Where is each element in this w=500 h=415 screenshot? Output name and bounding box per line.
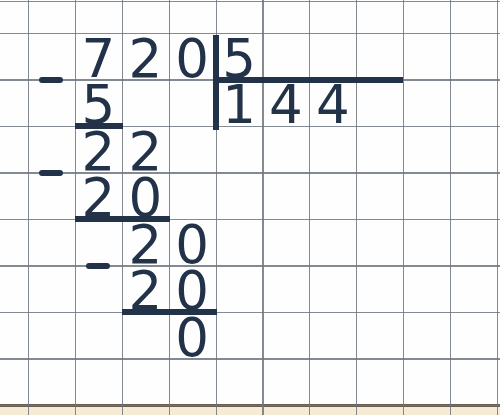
subtraction-underline — [75, 123, 123, 129]
long-division-work: 72055144222020200 — [0, 0, 500, 415]
subtraction-underline — [122, 309, 217, 315]
division-bar-vertical — [213, 35, 219, 130]
digit-cell: 2 — [75, 174, 122, 221]
digit-cell: 0 — [169, 35, 216, 82]
digit-cell: 1 — [216, 81, 263, 128]
digit-cell: 2 — [122, 35, 169, 82]
digit-cell: 4 — [263, 81, 310, 128]
minus-sign — [86, 263, 110, 269]
digit-cell: 0 — [169, 314, 216, 361]
grid-paper-sheet: 72055144222020200 — [0, 0, 500, 415]
digit-cell: 2 — [122, 267, 169, 314]
division-bar-horizontal — [213, 77, 404, 83]
minus-sign — [39, 77, 63, 83]
digit-cell: 4 — [309, 81, 356, 128]
subtraction-underline — [75, 216, 170, 222]
minus-sign — [39, 170, 63, 176]
